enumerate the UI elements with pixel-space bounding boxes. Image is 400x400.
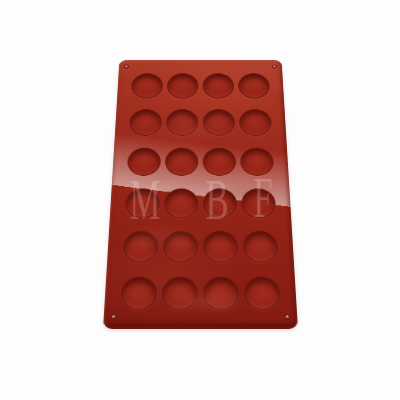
cavity bbox=[242, 231, 278, 263]
cavity bbox=[131, 73, 163, 98]
cavity bbox=[129, 109, 162, 136]
cavity bbox=[162, 277, 199, 311]
cavity bbox=[239, 109, 272, 136]
corner-hole-top-left bbox=[124, 65, 129, 69]
cavity bbox=[240, 148, 274, 176]
cavity bbox=[165, 148, 199, 176]
corner-hole-bottom-right bbox=[284, 314, 290, 320]
corner-hole-bottom-left bbox=[111, 314, 117, 320]
cavity bbox=[203, 188, 237, 218]
cavity bbox=[164, 188, 198, 218]
cavity bbox=[167, 73, 199, 98]
corner-hole-top-right bbox=[272, 65, 277, 69]
cavity bbox=[238, 73, 270, 98]
cavity bbox=[127, 148, 161, 176]
cavity bbox=[166, 109, 199, 136]
cavity-grid bbox=[118, 68, 284, 318]
cavity bbox=[203, 277, 240, 311]
cavity bbox=[163, 231, 199, 263]
cavity bbox=[241, 188, 276, 218]
cavity bbox=[125, 188, 160, 218]
cavity bbox=[243, 277, 280, 311]
cavity bbox=[203, 231, 239, 263]
cavity bbox=[203, 148, 237, 176]
silicone-mold-board bbox=[103, 60, 298, 329]
cavity bbox=[123, 231, 159, 263]
cavity bbox=[203, 109, 236, 136]
cavity bbox=[202, 73, 234, 98]
cavity bbox=[120, 277, 157, 311]
product-photo: M B F bbox=[0, 0, 400, 400]
